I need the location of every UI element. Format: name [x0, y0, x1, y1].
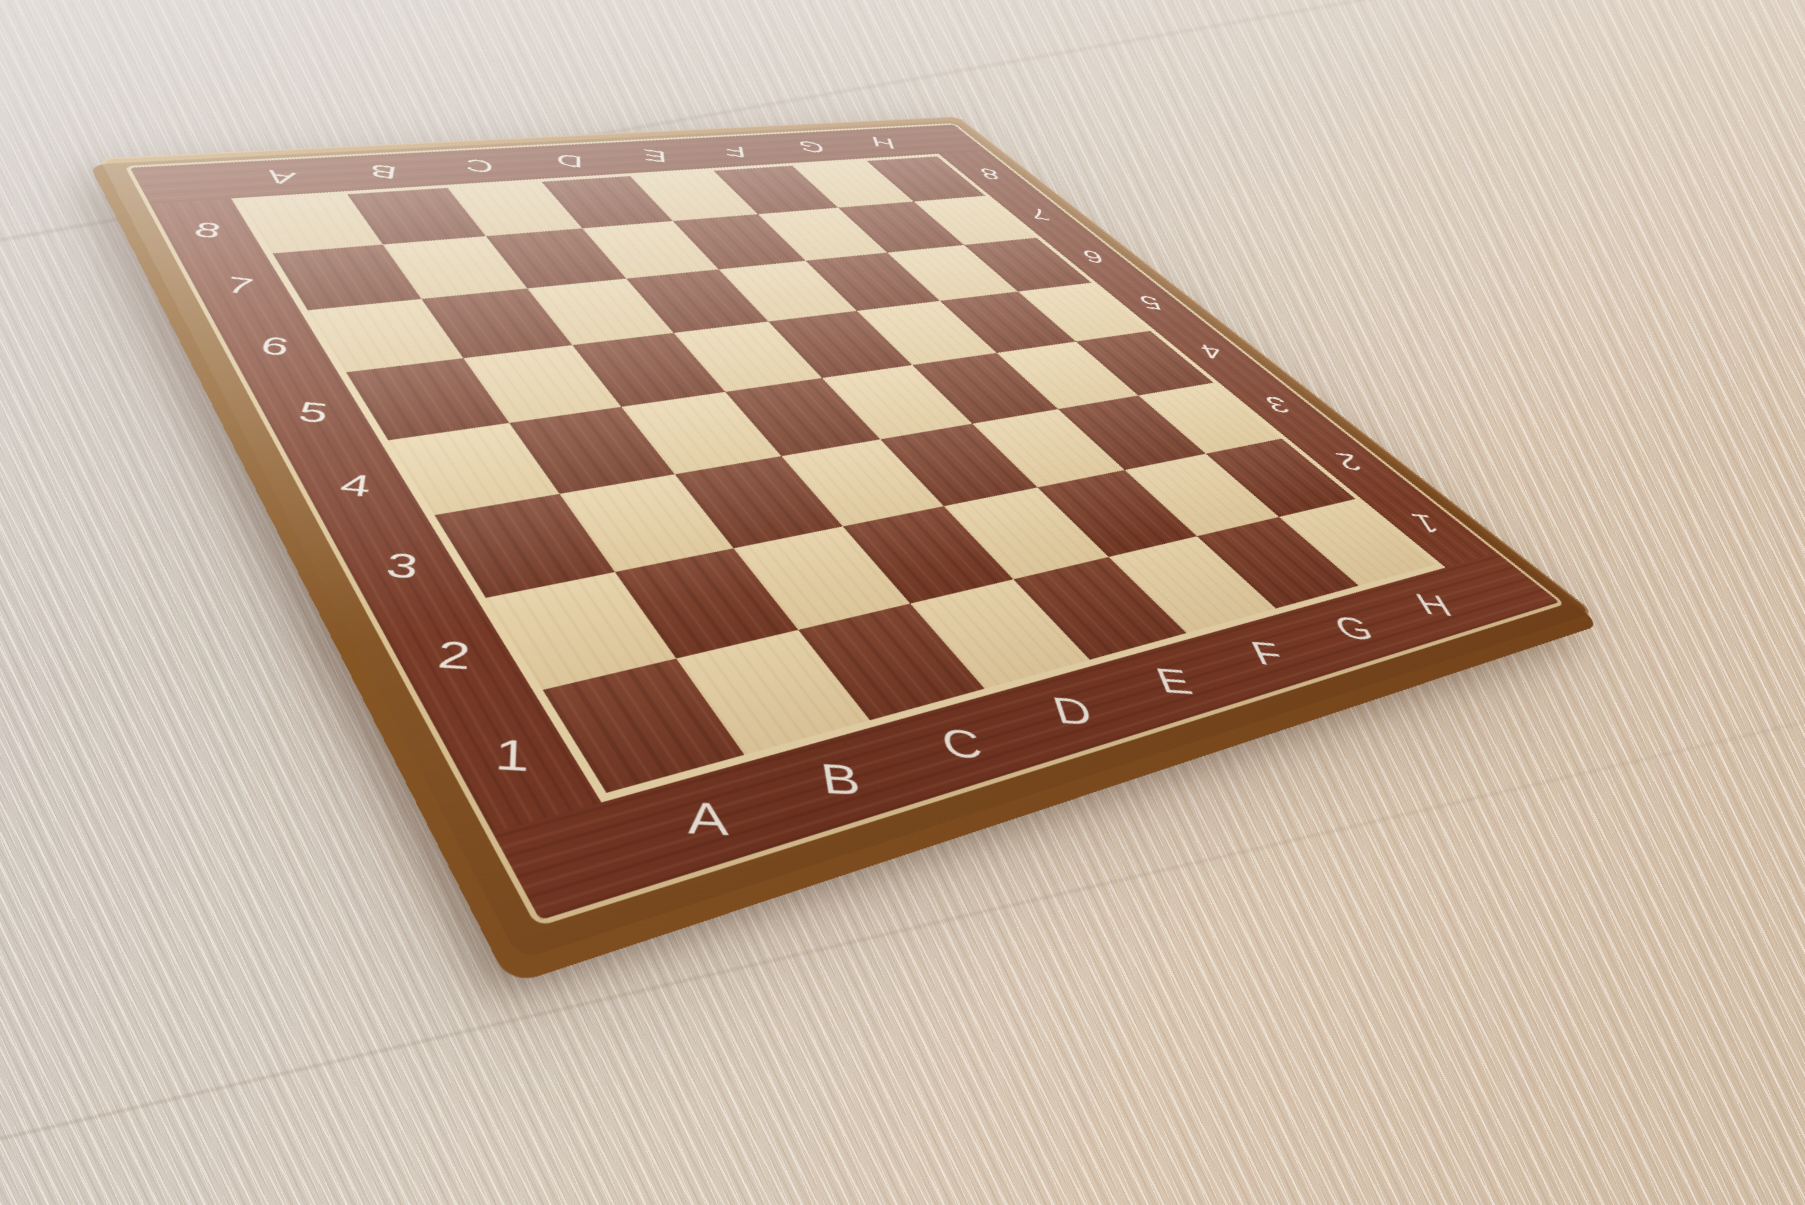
file-label-a: A: [626, 774, 791, 866]
photo-stage: ABCDEFGH ABCDEFGH 87654321 87654321: [0, 0, 1805, 1205]
rank-label-6: 6: [219, 311, 328, 384]
file-label-a: A: [220, 154, 340, 201]
rank-label-4: 4: [297, 443, 411, 530]
file-label-e: E: [608, 135, 703, 176]
rank-label-1: 1: [450, 698, 570, 816]
file-label-d: D: [521, 140, 619, 182]
rank-label-2: 2: [393, 604, 511, 710]
rank-label-5: 5: [256, 374, 367, 454]
file-label-b: B: [327, 149, 438, 194]
file-label-c: C: [427, 144, 530, 188]
rank-label-3: 3: [342, 519, 458, 615]
